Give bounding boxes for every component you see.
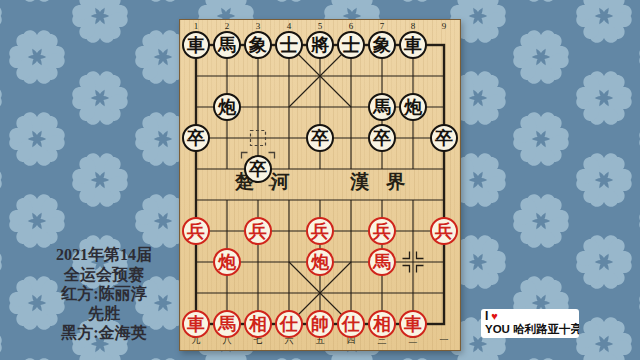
event-caption: 2021年第14届全运会预赛红方:陈丽淳先胜黑方:金海英 xyxy=(10,245,198,343)
piece-red-炮[interactable]: 炮 xyxy=(213,248,241,276)
piece-black-卒[interactable]: 卒 xyxy=(182,124,210,152)
piece-red-相[interactable]: 相 xyxy=(244,310,272,338)
piece-red-兵[interactable]: 兵 xyxy=(368,217,396,245)
caption-line: 黑方:金海英 xyxy=(10,323,198,343)
piece-red-馬[interactable]: 馬 xyxy=(368,248,396,276)
piece-black-卒[interactable]: 卒 xyxy=(368,124,396,152)
piece-black-象[interactable]: 象 xyxy=(368,31,396,59)
watermark-box: I♥ YOU 哈利路亚十亮 xyxy=(481,309,579,338)
piece-black-車[interactable]: 車 xyxy=(399,31,427,59)
board-cells: 車馬象士將士象車炮馬炮卒卒卒卒卒兵兵兵兵兵炮炮馬車馬相仕帥仕相車 xyxy=(181,30,460,340)
caption-line: 先胜 xyxy=(10,304,198,324)
watermark-line2: YOU 哈利路亚十亮 xyxy=(485,322,577,336)
piece-black-將[interactable]: 將 xyxy=(306,31,334,59)
piece-red-炮[interactable]: 炮 xyxy=(306,248,334,276)
piece-black-士[interactable]: 士 xyxy=(337,31,365,59)
piece-red-兵[interactable]: 兵 xyxy=(182,217,210,245)
caption-line: 红方:陈丽淳 xyxy=(10,284,198,304)
piece-black-馬[interactable]: 馬 xyxy=(213,31,241,59)
piece-red-兵[interactable]: 兵 xyxy=(430,217,458,245)
screenshot-root: 2021年第14届全运会预赛红方:陈丽淳先胜黑方:金海英 123456789 九… xyxy=(0,0,640,360)
piece-black-卒[interactable]: 卒 xyxy=(306,124,334,152)
piece-black-象[interactable]: 象 xyxy=(244,31,272,59)
piece-red-兵[interactable]: 兵 xyxy=(306,217,334,245)
watermark-i: I xyxy=(485,309,488,323)
xiangqi-board[interactable]: 123456789 九八七六五四三二一 楚河 漢界 車馬象士將士象車炮馬炮卒卒卒… xyxy=(179,19,461,351)
piece-red-帥[interactable]: 帥 xyxy=(306,310,334,338)
piece-red-仕[interactable]: 仕 xyxy=(275,310,303,338)
piece-red-相[interactable]: 相 xyxy=(368,310,396,338)
piece-black-炮[interactable]: 炮 xyxy=(213,93,241,121)
piece-black-炮[interactable]: 炮 xyxy=(399,93,427,121)
piece-black-車[interactable]: 車 xyxy=(182,31,210,59)
piece-red-仕[interactable]: 仕 xyxy=(337,310,365,338)
piece-red-車[interactable]: 車 xyxy=(399,310,427,338)
piece-black-卒[interactable]: 卒 xyxy=(430,124,458,152)
caption-line: 2021年第14届 xyxy=(10,245,198,265)
piece-black-馬[interactable]: 馬 xyxy=(368,93,396,121)
piece-black-士[interactable]: 士 xyxy=(275,31,303,59)
piece-red-馬[interactable]: 馬 xyxy=(213,310,241,338)
caption-line: 全运会预赛 xyxy=(10,265,198,285)
piece-red-車[interactable]: 車 xyxy=(182,310,210,338)
piece-black-卒[interactable]: 卒 xyxy=(244,155,272,183)
watermark-line1: I♥ xyxy=(485,310,577,322)
heart-icon: ♥ xyxy=(491,310,498,322)
piece-red-兵[interactable]: 兵 xyxy=(244,217,272,245)
